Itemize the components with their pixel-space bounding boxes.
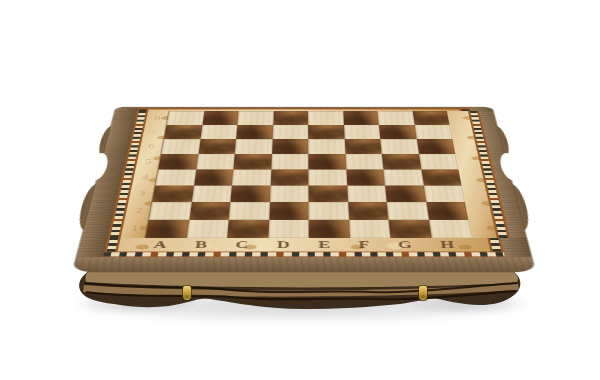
square-h1 [428, 220, 472, 238]
square-g4 [383, 170, 423, 186]
square-g3 [385, 186, 426, 203]
square-h3 [423, 186, 465, 203]
square-d3 [269, 186, 308, 203]
square-f8 [343, 111, 379, 125]
squares-grid [145, 111, 472, 238]
frame-left-walnut [78, 238, 108, 252]
file-label-f: F [344, 239, 384, 251]
brass-clasp-left [183, 286, 191, 300]
square-b5 [196, 154, 235, 169]
square-e2 [309, 202, 349, 219]
square-h4 [421, 170, 462, 186]
square-a2 [149, 202, 191, 219]
square-e1 [309, 220, 350, 238]
square-b7 [200, 125, 237, 139]
product-photo-chess-box: 87654321 ABCDEFGH [0, 0, 600, 380]
square-a4 [155, 170, 196, 186]
square-c5 [233, 154, 271, 169]
square-f4 [346, 170, 385, 186]
square-a3 [152, 186, 193, 203]
square-f2 [348, 202, 389, 219]
file-label-a: A [138, 239, 181, 251]
square-g6 [380, 139, 418, 154]
square-c3 [230, 186, 270, 203]
box-front-apron [70, 266, 532, 313]
file-labels-row: ABCDEFGH [138, 238, 470, 252]
square-c6 [235, 139, 272, 154]
square-e4 [308, 170, 346, 186]
square-b6 [198, 139, 236, 154]
square-b8 [202, 111, 239, 125]
file-label-g: G [383, 239, 427, 251]
file-label-c: C [221, 239, 263, 251]
square-g1 [389, 220, 432, 238]
square-g2 [387, 202, 429, 219]
square-c2 [229, 202, 270, 219]
file-label-h: H [425, 239, 469, 251]
square-f5 [345, 154, 383, 169]
frame-right-walnut [504, 252, 532, 258]
square-d5 [271, 154, 309, 169]
frame-near-walnut [73, 257, 536, 272]
square-h2 [426, 202, 469, 219]
brass-clasp-right [419, 286, 427, 300]
square-a5 [158, 154, 198, 169]
square-e8 [308, 111, 343, 125]
square-c7 [236, 125, 273, 139]
square-a6 [161, 139, 200, 154]
file-label-b: B [180, 239, 222, 251]
square-c4 [232, 170, 271, 186]
square-f1 [349, 220, 391, 238]
chess-board: 87654321 ABCDEFGH [73, 107, 536, 272]
square-a7 [164, 125, 202, 139]
square-h5 [419, 154, 459, 169]
square-a8 [167, 111, 204, 125]
square-h7 [414, 125, 452, 139]
square-f7 [343, 125, 380, 139]
square-h6 [416, 139, 455, 154]
frame-right-walnut [500, 238, 530, 252]
square-e6 [308, 139, 345, 154]
square-d4 [270, 170, 308, 186]
square-d2 [269, 202, 309, 219]
square-e3 [308, 186, 347, 203]
square-g8 [377, 111, 414, 125]
square-g7 [379, 125, 417, 139]
square-b4 [194, 170, 234, 186]
square-c8 [237, 111, 273, 125]
square-g5 [382, 154, 421, 169]
file-label-d: D [262, 239, 304, 251]
board-perspective-plane: 87654321 ABCDEFGH [73, 107, 536, 272]
square-d6 [271, 139, 308, 154]
square-f6 [344, 139, 382, 154]
square-e5 [308, 154, 346, 169]
square-h8 [412, 111, 449, 125]
square-b2 [189, 202, 231, 219]
square-b3 [191, 186, 232, 203]
square-b1 [186, 220, 228, 238]
square-d7 [272, 125, 308, 139]
mosaic-inlay-near [103, 252, 505, 258]
file-label-e: E [304, 239, 345, 251]
square-c1 [227, 220, 269, 238]
square-f3 [347, 186, 387, 203]
square-e7 [308, 125, 344, 139]
square-d1 [268, 220, 309, 238]
frame-left-walnut [76, 252, 104, 258]
square-d8 [273, 111, 308, 125]
square-a1 [145, 220, 188, 238]
